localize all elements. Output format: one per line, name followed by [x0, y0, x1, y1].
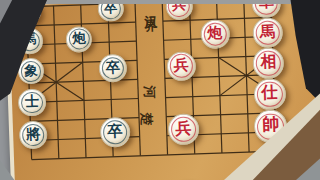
piece-character: 相: [260, 54, 276, 70]
piece-red-advisor[interactable]: 仕: [253, 78, 286, 111]
piece-black-cannon[interactable]: 炮: [65, 26, 92, 53]
river-label-hanjie: 汉界: [141, 5, 159, 14]
piece-character: 士: [25, 94, 39, 108]
piece-black-general[interactable]: 將: [19, 120, 48, 149]
piece-red-soldier[interactable]: 兵: [166, 51, 196, 81]
piece-character: 兵: [175, 120, 192, 137]
piece-black-advisor[interactable]: 士: [18, 89, 46, 117]
piece-character: 兵: [173, 57, 189, 73]
piece-red-chariot[interactable]: 車: [251, 0, 281, 18]
piece-character: 炮: [72, 31, 86, 45]
river-label-char: 河: [140, 85, 158, 99]
piece-character: 炮: [207, 26, 222, 41]
river-label-chuhe: 河楚: [142, 83, 157, 133]
piece-character: 卒: [107, 123, 123, 139]
piece-black-soldier[interactable]: 卒: [100, 117, 131, 148]
piece-red-soldier[interactable]: 兵: [167, 114, 199, 146]
piece-character: 象: [24, 63, 38, 77]
piece-black-soldier[interactable]: 卒: [98, 54, 127, 83]
xiangqi-photo-scene: 汉界 河楚 車馬象士將象馬車炮炮卒卒卒卒卒兵兵兵兵兵炮炮車馬相仕帥仕相馬車: [0, 0, 320, 180]
piece-red-elephant[interactable]: 相: [253, 47, 285, 79]
river-label-char: 楚: [137, 112, 155, 126]
piece-character: 將: [26, 126, 41, 141]
piece-red-soldier[interactable]: 兵: [165, 0, 193, 21]
piece-character: 卒: [104, 1, 118, 15]
piece-character: 兵: [172, 0, 186, 13]
piece-red-cannon[interactable]: 炮: [200, 20, 230, 50]
piece-character: 帥: [262, 117, 279, 134]
piece-character: 車: [259, 0, 274, 10]
piece-black-soldier[interactable]: 卒: [97, 0, 124, 22]
piece-red-horse[interactable]: 馬: [252, 17, 283, 48]
board-grid-area: 汉界 河楚 車馬象士將象馬車炮炮卒卒卒卒卒兵兵兵兵兵炮炮車馬相仕帥仕相馬車: [12, 0, 290, 170]
piece-character: 馬: [260, 24, 276, 40]
piece-character: 仕: [261, 85, 278, 102]
piece-character: 卒: [105, 60, 120, 75]
